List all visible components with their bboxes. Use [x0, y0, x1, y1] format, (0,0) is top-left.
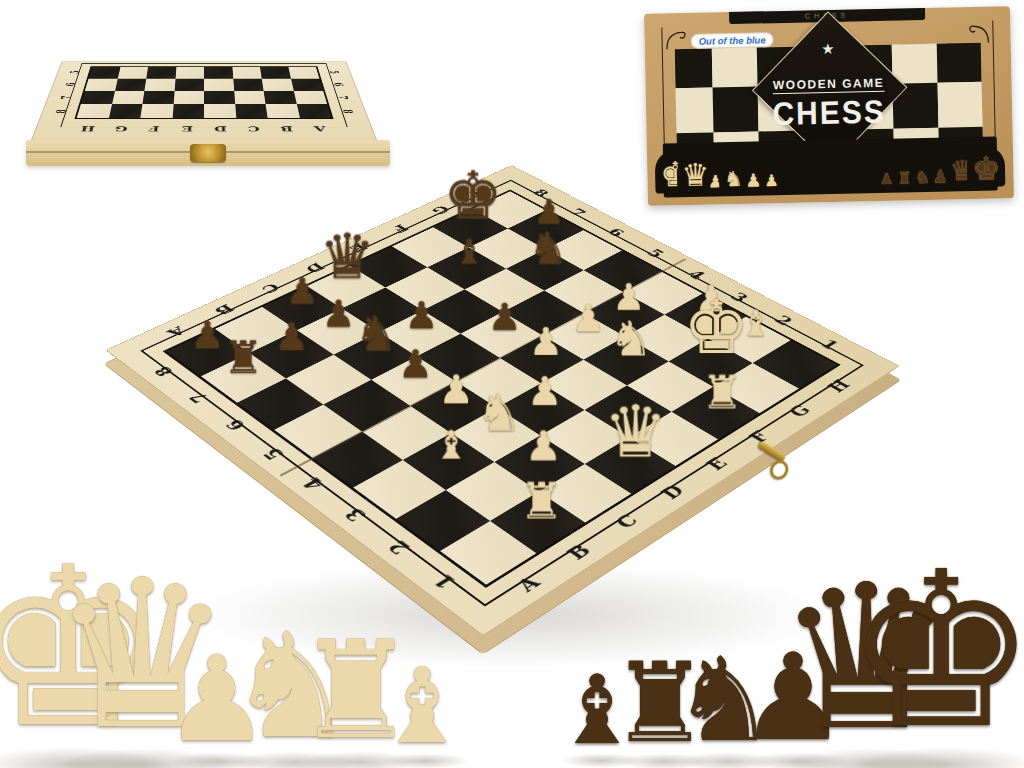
chess-square	[544, 270, 623, 313]
rank-label: 6	[603, 226, 628, 239]
box-piece-pawn: ♟	[880, 172, 894, 187]
chess-square	[204, 79, 234, 91]
chess-square	[140, 104, 173, 118]
file-label: B	[561, 540, 596, 563]
chess-square	[468, 229, 544, 269]
chess-square	[85, 79, 118, 91]
chess-square	[260, 67, 291, 79]
chess-square	[497, 383, 584, 435]
chess-square	[204, 104, 236, 118]
chess-square	[204, 91, 235, 104]
box-checker-square	[675, 87, 714, 133]
folded-board-grid	[75, 66, 334, 118]
board-coordinate-label: 7	[335, 96, 350, 100]
chess-square	[350, 246, 428, 287]
board-coordinate-label: 6	[331, 83, 345, 86]
chess-square	[543, 313, 625, 359]
chess-square	[500, 335, 584, 383]
chess-square	[665, 294, 746, 339]
chess-square	[144, 79, 175, 91]
chess-square	[232, 67, 262, 79]
board-coordinate-label: C	[247, 125, 260, 133]
chess-square	[583, 250, 661, 292]
product-box: CHESS Out of the blue ★ WOODEN GAME CHES…	[644, 6, 1014, 206]
dark-king-piece: ♚	[845, 543, 1024, 758]
chess-square	[264, 91, 297, 104]
chess-square	[172, 104, 204, 118]
chess-square	[627, 361, 713, 411]
board-coordinate-label: E	[182, 125, 193, 133]
file-label: D	[655, 481, 689, 503]
chess-square	[262, 79, 294, 91]
board-coordinate-label: B	[280, 125, 294, 133]
chess-square	[541, 360, 627, 410]
light-bishop-piece: ♝	[375, 654, 468, 758]
folded-board-front-edge	[26, 140, 390, 166]
box-piece-pawn: ♟	[764, 173, 779, 189]
board-coordinate-label: G	[114, 125, 128, 133]
chess-square	[371, 356, 456, 406]
chess-square	[396, 490, 490, 551]
chess-square	[460, 312, 542, 358]
chess-square	[545, 230, 622, 270]
rank-label: 4	[298, 474, 330, 493]
file-label: E	[345, 241, 371, 255]
file-label: D	[301, 260, 329, 275]
rank-label: 5	[258, 445, 289, 463]
file-label: C	[609, 510, 643, 532]
chess-square	[433, 209, 508, 248]
chess-square	[291, 79, 324, 91]
chess-square	[490, 492, 585, 553]
box-piece-king: ♚	[972, 152, 1001, 185]
box-checker-square	[937, 43, 983, 83]
file-label: G	[783, 401, 815, 420]
chess-square	[672, 387, 760, 439]
chess-square	[117, 67, 148, 79]
chess-square	[584, 337, 668, 385]
file-label: A	[162, 324, 189, 340]
chess-square	[250, 330, 333, 378]
chess-square	[416, 334, 500, 382]
chess-square	[237, 378, 323, 430]
board-coordinate-label: A	[313, 125, 327, 133]
chess-square	[708, 316, 791, 363]
chess-square	[378, 310, 460, 356]
file-label: B	[210, 302, 238, 318]
rank-label: 1	[816, 337, 843, 353]
chess-square	[288, 67, 319, 79]
chess-square	[584, 437, 675, 494]
chess-square	[422, 289, 503, 334]
rank-label: 4	[684, 268, 710, 282]
chess-square	[296, 104, 331, 118]
chess-square	[386, 267, 465, 310]
board-coordinate-label: H	[80, 125, 96, 133]
file-label: C	[257, 281, 284, 296]
chess-square	[623, 272, 703, 315]
board-outer-frame-line	[140, 180, 864, 607]
chess-square	[234, 91, 266, 104]
chess-square	[508, 210, 583, 249]
chess-square	[115, 79, 147, 91]
board-coordinate-label: F	[149, 125, 160, 133]
box-title: CHESS	[749, 93, 910, 133]
product-photo-scene: HGFEDCBA55667788 CHESS Out of the blue ★…	[0, 0, 1024, 768]
rank-label: 1	[428, 571, 461, 593]
rank-label: 6	[220, 417, 251, 435]
chess-square	[215, 307, 297, 353]
chess-square	[112, 91, 145, 104]
chess-square	[81, 91, 115, 104]
rank-label: 2	[770, 313, 797, 328]
chess-square	[297, 309, 379, 355]
board-coordinate-label: 5	[67, 71, 81, 74]
rank-label: 8	[529, 187, 553, 199]
rank-label: 7	[565, 206, 590, 218]
chess-square	[175, 67, 204, 79]
rank-label: 3	[339, 505, 371, 525]
chess-square	[333, 332, 416, 380]
chess-square	[392, 227, 468, 267]
chess-square	[472, 191, 546, 228]
chess-square	[494, 435, 585, 491]
chess-square	[77, 104, 112, 118]
chess-square	[313, 432, 403, 488]
chess-square	[307, 266, 386, 309]
chess-square	[167, 329, 250, 377]
chess-square	[262, 286, 342, 330]
file-label: G	[427, 203, 453, 217]
chess-square	[410, 382, 497, 434]
board-coordinate-label: 7	[58, 96, 73, 100]
file-label: F	[743, 427, 774, 445]
chess-square	[503, 291, 584, 336]
rank-label: 7	[183, 390, 213, 407]
chess-square	[538, 464, 631, 523]
chess-square	[752, 340, 837, 389]
chess-square	[233, 79, 264, 91]
board-coordinate-label: 8	[53, 110, 68, 114]
file-label: H	[822, 376, 855, 395]
chess-square	[353, 460, 445, 519]
chess-square	[668, 338, 752, 386]
chess-square	[440, 521, 537, 585]
board-coordinate-label: D	[214, 125, 227, 133]
chess-square	[204, 67, 233, 79]
rank-label: 5	[643, 247, 668, 260]
chess-square	[428, 248, 506, 289]
chess-square	[451, 408, 540, 462]
board-fold-seam	[279, 259, 686, 477]
box-checker-square	[982, 43, 983, 82]
brass-clasp-icon	[190, 144, 226, 162]
chess-square	[173, 91, 204, 104]
folded-chessboard: HGFEDCBA55667788	[22, 14, 394, 166]
board-coordinate-label: 6	[63, 83, 77, 86]
chess-square	[235, 104, 268, 118]
chess-square	[174, 79, 204, 91]
board-coordinate-label: 5	[327, 71, 341, 74]
chess-square	[89, 67, 120, 79]
rank-label: 8	[148, 364, 178, 380]
box-checker-square	[675, 43, 713, 89]
chess-square	[625, 315, 708, 362]
file-label: A	[511, 572, 545, 595]
folded-board-top-face: HGFEDCBA55667788	[32, 62, 376, 140]
board-coordinate-label: 8	[339, 110, 354, 114]
file-label: F	[388, 222, 413, 235]
chess-square	[266, 104, 300, 118]
star-icon: ★	[748, 39, 908, 57]
chess-square	[629, 412, 718, 466]
chess-square	[109, 104, 143, 118]
chess-square	[713, 363, 799, 413]
box-checker-square	[938, 82, 983, 128]
file-label: H	[466, 185, 493, 199]
chess-square	[465, 269, 544, 312]
brass-clasp-icon	[748, 439, 799, 484]
chess-square	[446, 462, 539, 521]
chess-square	[201, 353, 286, 403]
chess-square	[146, 67, 176, 79]
chess-square	[274, 404, 362, 458]
file-label: E	[700, 454, 732, 474]
wooden-game-label: WOODEN GAME	[773, 76, 884, 94]
chess-square	[142, 91, 174, 104]
chess-square	[293, 91, 327, 104]
chess-square	[540, 410, 629, 464]
chess-square	[362, 406, 451, 460]
chess-square	[323, 380, 410, 432]
chess-square	[584, 385, 671, 437]
chess-square	[505, 249, 583, 291]
chess-square	[342, 288, 422, 332]
rank-label: 2	[383, 537, 416, 558]
chess-square	[286, 355, 371, 405]
board-grid	[163, 189, 841, 588]
corner-flourish-icon	[968, 23, 990, 45]
chess-square	[456, 358, 541, 408]
chess-square	[584, 292, 665, 337]
chess-square	[403, 433, 494, 489]
rank-label: 3	[726, 290, 752, 304]
